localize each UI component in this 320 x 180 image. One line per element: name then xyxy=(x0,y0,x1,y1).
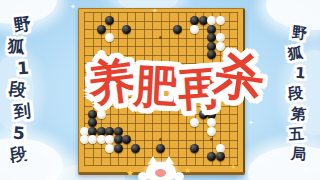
cat-mouth xyxy=(155,169,166,177)
white-stone xyxy=(105,144,114,153)
black-stone xyxy=(190,144,199,153)
white-stone xyxy=(190,25,199,34)
sparkle-icon: ✦ xyxy=(266,8,274,17)
black-stone xyxy=(207,50,216,59)
sparkle-icon: ✦ xyxy=(152,8,158,15)
black-stone xyxy=(207,152,216,161)
sparkle-icon: ✦ xyxy=(20,156,27,164)
black-stone xyxy=(207,33,216,42)
black-stone xyxy=(173,25,182,34)
black-stone xyxy=(122,25,131,34)
banner-char: 1 xyxy=(16,60,29,78)
black-stone xyxy=(156,144,165,153)
sparkle-icon: ✦ xyxy=(302,166,310,175)
sparkle-icon: ✦ xyxy=(12,12,19,20)
white-stone xyxy=(105,135,114,144)
white-stone xyxy=(105,33,114,42)
white-stone xyxy=(207,16,216,25)
black-stone xyxy=(97,25,106,34)
black-stone xyxy=(114,144,123,153)
title-char: 杀 xyxy=(211,49,267,105)
black-stone xyxy=(190,16,199,25)
banner-char: 狐 xyxy=(7,37,26,56)
star-point xyxy=(159,138,162,141)
banner-char: 局 xyxy=(290,146,306,162)
white-stone xyxy=(207,118,216,127)
star-icon: ★ xyxy=(230,164,236,171)
sparkle-icon: ✦ xyxy=(70,4,76,11)
banner-char: 第 xyxy=(290,106,306,122)
star-point xyxy=(159,36,162,39)
white-stone xyxy=(216,33,225,42)
banner-char: 到 xyxy=(13,102,32,121)
white-stone xyxy=(216,16,225,25)
sparkle-icon: ✦ xyxy=(248,120,254,127)
black-stone xyxy=(105,16,114,25)
banner-char: 段 xyxy=(287,85,303,101)
white-stone xyxy=(190,118,199,127)
cat-paw xyxy=(138,172,148,180)
cat-mascot-icon xyxy=(138,160,184,180)
star-icon: ★ xyxy=(184,167,191,175)
star-icon: ★ xyxy=(126,169,134,178)
white-stone xyxy=(207,127,216,136)
banner-char: 五 xyxy=(288,126,304,142)
thumbnail: 野狐1段到5段 野狐1段第五局 养肥再杀 ✦✦✦✦✦✦★★★✦ xyxy=(0,0,320,180)
black-stone xyxy=(131,144,140,153)
banner-char: 段 xyxy=(8,80,27,99)
black-stone xyxy=(88,118,97,127)
banner-char: 1 xyxy=(294,66,305,82)
cat-paw xyxy=(174,172,184,180)
banner-char: 狐 xyxy=(287,45,303,61)
title-char: 肥 xyxy=(133,63,180,110)
title-char: 养 xyxy=(85,55,137,107)
banner-char: 5 xyxy=(12,125,25,143)
banner-char: 野 xyxy=(291,25,308,42)
black-stone xyxy=(122,135,131,144)
black-stone xyxy=(216,152,225,161)
white-stone xyxy=(88,135,97,144)
star-point xyxy=(210,138,213,141)
